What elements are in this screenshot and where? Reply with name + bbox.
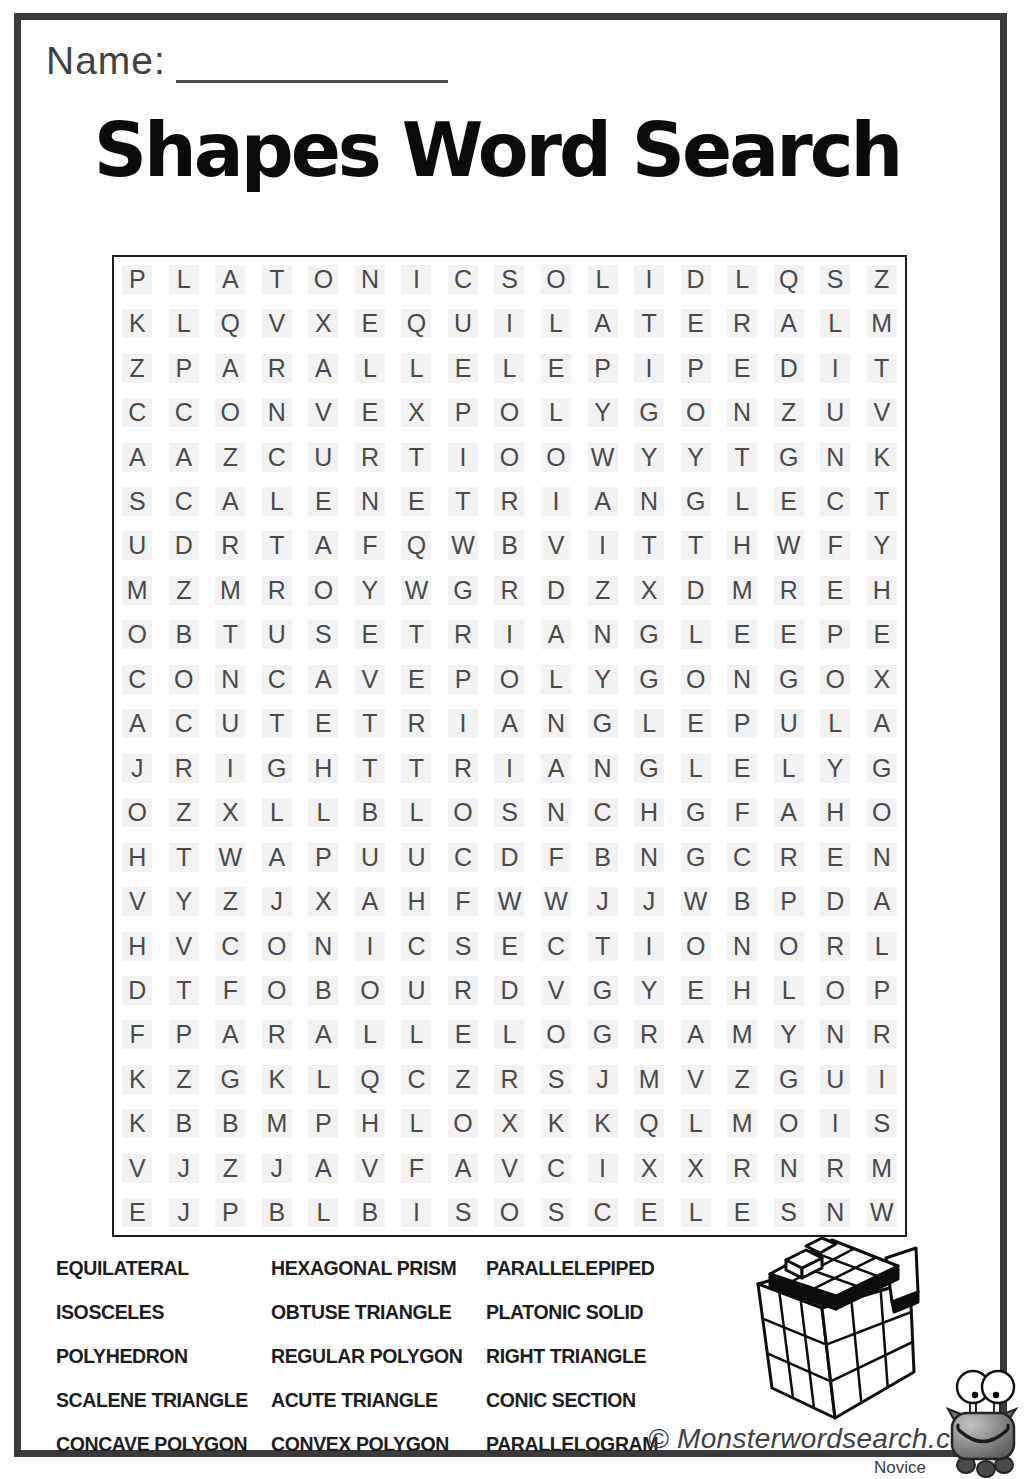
grid-cell-r8c6[interactable]: Y bbox=[347, 568, 394, 612]
grid-cell-r5c7[interactable]: T bbox=[393, 435, 440, 479]
grid-cell-r2c8[interactable]: U bbox=[440, 301, 487, 345]
grid-cell-r14c9[interactable]: D bbox=[486, 835, 533, 879]
grid-cell-r8c4[interactable]: R bbox=[254, 568, 301, 612]
grid-cell-r14c17[interactable]: N bbox=[858, 835, 905, 879]
grid-cell-r7c5[interactable]: A bbox=[300, 524, 347, 568]
grid-cell-r21c16[interactable]: R bbox=[812, 1146, 859, 1190]
grid-cell-r8c10[interactable]: D bbox=[533, 568, 580, 612]
grid-cell-r11c2[interactable]: C bbox=[161, 702, 208, 746]
grid-cell-r17c8[interactable]: R bbox=[440, 968, 487, 1012]
grid-cell-r16c14[interactable]: N bbox=[719, 924, 766, 968]
grid-cell-r2c12[interactable]: T bbox=[626, 301, 673, 345]
grid-cell-r8c9[interactable]: R bbox=[486, 568, 533, 612]
grid-cell-r22c9[interactable]: O bbox=[486, 1191, 533, 1235]
grid-cell-r19c13[interactable]: V bbox=[672, 1057, 719, 1101]
grid-cell-r16c15[interactable]: O bbox=[765, 924, 812, 968]
grid-cell-r7c4[interactable]: T bbox=[254, 524, 301, 568]
grid-cell-r6c16[interactable]: C bbox=[812, 479, 859, 523]
grid-cell-r6c14[interactable]: L bbox=[719, 479, 766, 523]
grid-cell-r15c5[interactable]: X bbox=[300, 879, 347, 923]
grid-cell-r21c6[interactable]: V bbox=[347, 1146, 394, 1190]
grid-cell-r18c17[interactable]: R bbox=[858, 1013, 905, 1057]
grid-cell-r17c17[interactable]: P bbox=[858, 968, 905, 1012]
grid-cell-r15c10[interactable]: W bbox=[533, 879, 580, 923]
grid-cell-r15c17[interactable]: A bbox=[858, 879, 905, 923]
grid-cell-r12c1[interactable]: J bbox=[114, 746, 161, 790]
grid-cell-r17c15[interactable]: L bbox=[765, 968, 812, 1012]
grid-cell-r1c4[interactable]: T bbox=[254, 257, 301, 301]
grid-cell-r8c17[interactable]: H bbox=[858, 568, 905, 612]
grid-cell-r4c3[interactable]: O bbox=[207, 390, 254, 434]
grid-cell-r9c14[interactable]: E bbox=[719, 613, 766, 657]
grid-cell-r1c13[interactable]: D bbox=[672, 257, 719, 301]
grid-cell-r20c14[interactable]: M bbox=[719, 1102, 766, 1146]
grid-cell-r10c1[interactable]: C bbox=[114, 657, 161, 701]
grid-cell-r16c3[interactable]: C bbox=[207, 924, 254, 968]
grid-cell-r21c2[interactable]: J bbox=[161, 1146, 208, 1190]
grid-cell-r13c15[interactable]: A bbox=[765, 790, 812, 834]
grid-cell-r21c10[interactable]: C bbox=[533, 1146, 580, 1190]
grid-cell-r18c14[interactable]: M bbox=[719, 1013, 766, 1057]
grid-cell-r21c8[interactable]: A bbox=[440, 1146, 487, 1190]
grid-cell-r17c4[interactable]: O bbox=[254, 968, 301, 1012]
grid-cell-r3c4[interactable]: R bbox=[254, 346, 301, 390]
grid-cell-r16c12[interactable]: I bbox=[626, 924, 673, 968]
grid-cell-r10c9[interactable]: O bbox=[486, 657, 533, 701]
grid-cell-r22c11[interactable]: C bbox=[579, 1191, 626, 1235]
grid-cell-r22c16[interactable]: N bbox=[812, 1191, 859, 1235]
grid-cell-r7c3[interactable]: R bbox=[207, 524, 254, 568]
grid-cell-r17c1[interactable]: D bbox=[114, 968, 161, 1012]
grid-cell-r12c4[interactable]: G bbox=[254, 746, 301, 790]
grid-cell-r15c1[interactable]: V bbox=[114, 879, 161, 923]
grid-cell-r6c10[interactable]: I bbox=[533, 479, 580, 523]
grid-cell-r13c12[interactable]: H bbox=[626, 790, 673, 834]
grid-cell-r18c5[interactable]: A bbox=[300, 1013, 347, 1057]
grid-cell-r13c3[interactable]: X bbox=[207, 790, 254, 834]
grid-cell-r8c12[interactable]: X bbox=[626, 568, 673, 612]
grid-cell-r4c2[interactable]: C bbox=[161, 390, 208, 434]
grid-cell-r13c6[interactable]: B bbox=[347, 790, 394, 834]
grid-cell-r1c8[interactable]: C bbox=[440, 257, 487, 301]
grid-cell-r13c9[interactable]: S bbox=[486, 790, 533, 834]
grid-cell-r9c17[interactable]: E bbox=[858, 613, 905, 657]
grid-cell-r9c4[interactable]: U bbox=[254, 613, 301, 657]
grid-cell-r15c3[interactable]: Z bbox=[207, 879, 254, 923]
grid-cell-r2c4[interactable]: V bbox=[254, 301, 301, 345]
grid-cell-r16c13[interactable]: O bbox=[672, 924, 719, 968]
grid-cell-r13c14[interactable]: F bbox=[719, 790, 766, 834]
grid-cell-r14c11[interactable]: B bbox=[579, 835, 626, 879]
grid-cell-r19c3[interactable]: G bbox=[207, 1057, 254, 1101]
grid-cell-r12c15[interactable]: L bbox=[765, 746, 812, 790]
grid-cell-r2c2[interactable]: L bbox=[161, 301, 208, 345]
grid-cell-r12c9[interactable]: I bbox=[486, 746, 533, 790]
grid-cell-r4c16[interactable]: U bbox=[812, 390, 859, 434]
grid-cell-r6c6[interactable]: N bbox=[347, 479, 394, 523]
grid-cell-r14c8[interactable]: C bbox=[440, 835, 487, 879]
grid-cell-r10c11[interactable]: Y bbox=[579, 657, 626, 701]
grid-cell-r22c8[interactable]: S bbox=[440, 1191, 487, 1235]
grid-cell-r20c10[interactable]: K bbox=[533, 1102, 580, 1146]
grid-cell-r3c14[interactable]: E bbox=[719, 346, 766, 390]
grid-cell-r13c8[interactable]: O bbox=[440, 790, 487, 834]
grid-cell-r5c12[interactable]: Y bbox=[626, 435, 673, 479]
grid-cell-r11c17[interactable]: A bbox=[858, 702, 905, 746]
grid-cell-r4c5[interactable]: V bbox=[300, 390, 347, 434]
grid-cell-r10c8[interactable]: P bbox=[440, 657, 487, 701]
grid-cell-r13c10[interactable]: N bbox=[533, 790, 580, 834]
grid-cell-r11c6[interactable]: T bbox=[347, 702, 394, 746]
grid-cell-r14c4[interactable]: A bbox=[254, 835, 301, 879]
grid-cell-r3c13[interactable]: P bbox=[672, 346, 719, 390]
grid-cell-r18c4[interactable]: R bbox=[254, 1013, 301, 1057]
grid-cell-r22c10[interactable]: S bbox=[533, 1191, 580, 1235]
grid-cell-r16c17[interactable]: L bbox=[858, 924, 905, 968]
grid-cell-r2c10[interactable]: L bbox=[533, 301, 580, 345]
grid-cell-r4c7[interactable]: X bbox=[393, 390, 440, 434]
grid-cell-r6c3[interactable]: A bbox=[207, 479, 254, 523]
grid-cell-r17c9[interactable]: D bbox=[486, 968, 533, 1012]
grid-cell-r15c9[interactable]: W bbox=[486, 879, 533, 923]
grid-cell-r10c13[interactable]: O bbox=[672, 657, 719, 701]
grid-cell-r8c15[interactable]: R bbox=[765, 568, 812, 612]
grid-cell-r22c5[interactable]: L bbox=[300, 1191, 347, 1235]
grid-cell-r1c7[interactable]: I bbox=[393, 257, 440, 301]
grid-cell-r8c2[interactable]: Z bbox=[161, 568, 208, 612]
grid-cell-r15c13[interactable]: W bbox=[672, 879, 719, 923]
grid-cell-r7c12[interactable]: T bbox=[626, 524, 673, 568]
grid-cell-r18c16[interactable]: N bbox=[812, 1013, 859, 1057]
grid-cell-r15c16[interactable]: D bbox=[812, 879, 859, 923]
grid-cell-r1c15[interactable]: Q bbox=[765, 257, 812, 301]
grid-cell-r10c10[interactable]: L bbox=[533, 657, 580, 701]
grid-cell-r5c9[interactable]: O bbox=[486, 435, 533, 479]
grid-cell-r14c12[interactable]: N bbox=[626, 835, 673, 879]
grid-cell-r19c14[interactable]: Z bbox=[719, 1057, 766, 1101]
grid-cell-r8c8[interactable]: G bbox=[440, 568, 487, 612]
grid-cell-r6c8[interactable]: T bbox=[440, 479, 487, 523]
grid-cell-r3c8[interactable]: E bbox=[440, 346, 487, 390]
grid-cell-r18c3[interactable]: A bbox=[207, 1013, 254, 1057]
grid-cell-r17c12[interactable]: Y bbox=[626, 968, 673, 1012]
grid-cell-r2c17[interactable]: M bbox=[858, 301, 905, 345]
grid-cell-r18c6[interactable]: L bbox=[347, 1013, 394, 1057]
grid-cell-r7c11[interactable]: I bbox=[579, 524, 626, 568]
grid-cell-r1c14[interactable]: L bbox=[719, 257, 766, 301]
grid-cell-r9c8[interactable]: R bbox=[440, 613, 487, 657]
grid-cell-r1c9[interactable]: S bbox=[486, 257, 533, 301]
grid-cell-r21c11[interactable]: I bbox=[579, 1146, 626, 1190]
grid-cell-r21c15[interactable]: N bbox=[765, 1146, 812, 1190]
grid-cell-r3c17[interactable]: T bbox=[858, 346, 905, 390]
grid-cell-r20c13[interactable]: L bbox=[672, 1102, 719, 1146]
grid-cell-r2c15[interactable]: A bbox=[765, 301, 812, 345]
grid-cell-r6c12[interactable]: N bbox=[626, 479, 673, 523]
grid-cell-r18c2[interactable]: P bbox=[161, 1013, 208, 1057]
grid-cell-r18c12[interactable]: R bbox=[626, 1013, 673, 1057]
grid-cell-r20c6[interactable]: H bbox=[347, 1102, 394, 1146]
grid-cell-r1c3[interactable]: A bbox=[207, 257, 254, 301]
grid-cell-r19c12[interactable]: M bbox=[626, 1057, 673, 1101]
grid-cell-r22c12[interactable]: E bbox=[626, 1191, 673, 1235]
grid-cell-r2c9[interactable]: I bbox=[486, 301, 533, 345]
grid-cell-r10c3[interactable]: N bbox=[207, 657, 254, 701]
grid-cell-r18c11[interactable]: G bbox=[579, 1013, 626, 1057]
grid-cell-r13c5[interactable]: L bbox=[300, 790, 347, 834]
grid-cell-r7c13[interactable]: T bbox=[672, 524, 719, 568]
grid-cell-r2c13[interactable]: E bbox=[672, 301, 719, 345]
grid-cell-r7c7[interactable]: Q bbox=[393, 524, 440, 568]
grid-cell-r11c11[interactable]: G bbox=[579, 702, 626, 746]
grid-cell-r19c11[interactable]: J bbox=[579, 1057, 626, 1101]
grid-cell-r19c7[interactable]: C bbox=[393, 1057, 440, 1101]
grid-cell-r14c2[interactable]: T bbox=[161, 835, 208, 879]
grid-cell-r9c16[interactable]: P bbox=[812, 613, 859, 657]
grid-cell-r12c5[interactable]: H bbox=[300, 746, 347, 790]
grid-cell-r22c17[interactable]: W bbox=[858, 1191, 905, 1235]
grid-cell-r1c16[interactable]: S bbox=[812, 257, 859, 301]
grid-cell-r5c3[interactable]: Z bbox=[207, 435, 254, 479]
grid-cell-r8c11[interactable]: Z bbox=[579, 568, 626, 612]
grid-cell-r21c4[interactable]: J bbox=[254, 1146, 301, 1190]
grid-cell-r5c8[interactable]: I bbox=[440, 435, 487, 479]
grid-cell-r5c11[interactable]: W bbox=[579, 435, 626, 479]
grid-cell-r13c7[interactable]: L bbox=[393, 790, 440, 834]
grid-cell-r4c12[interactable]: G bbox=[626, 390, 673, 434]
grid-cell-r4c1[interactable]: C bbox=[114, 390, 161, 434]
grid-cell-r11c4[interactable]: T bbox=[254, 702, 301, 746]
grid-cell-r6c4[interactable]: L bbox=[254, 479, 301, 523]
grid-cell-r22c6[interactable]: B bbox=[347, 1191, 394, 1235]
grid-cell-r9c13[interactable]: L bbox=[672, 613, 719, 657]
grid-cell-r10c12[interactable]: G bbox=[626, 657, 673, 701]
grid-cell-r8c1[interactable]: M bbox=[114, 568, 161, 612]
grid-cell-r5c16[interactable]: N bbox=[812, 435, 859, 479]
grid-cell-r9c1[interactable]: O bbox=[114, 613, 161, 657]
grid-cell-r11c5[interactable]: E bbox=[300, 702, 347, 746]
grid-cell-r8c3[interactable]: M bbox=[207, 568, 254, 612]
grid-cell-r4c9[interactable]: O bbox=[486, 390, 533, 434]
grid-cell-r10c7[interactable]: E bbox=[393, 657, 440, 701]
grid-cell-r20c7[interactable]: L bbox=[393, 1102, 440, 1146]
grid-cell-r12c16[interactable]: Y bbox=[812, 746, 859, 790]
grid-cell-r11c9[interactable]: A bbox=[486, 702, 533, 746]
grid-cell-r4c8[interactable]: P bbox=[440, 390, 487, 434]
grid-cell-r16c8[interactable]: S bbox=[440, 924, 487, 968]
grid-cell-r7c8[interactable]: W bbox=[440, 524, 487, 568]
grid-cell-r2c3[interactable]: Q bbox=[207, 301, 254, 345]
grid-cell-r4c17[interactable]: V bbox=[858, 390, 905, 434]
grid-cell-r2c7[interactable]: Q bbox=[393, 301, 440, 345]
grid-cell-r10c15[interactable]: G bbox=[765, 657, 812, 701]
grid-cell-r10c5[interactable]: A bbox=[300, 657, 347, 701]
grid-cell-r3c15[interactable]: D bbox=[765, 346, 812, 390]
grid-cell-r16c1[interactable]: H bbox=[114, 924, 161, 968]
grid-cell-r18c15[interactable]: Y bbox=[765, 1013, 812, 1057]
grid-cell-r18c8[interactable]: E bbox=[440, 1013, 487, 1057]
grid-cell-r21c3[interactable]: Z bbox=[207, 1146, 254, 1190]
grid-cell-r21c5[interactable]: A bbox=[300, 1146, 347, 1190]
grid-cell-r7c9[interactable]: B bbox=[486, 524, 533, 568]
grid-cell-r12c2[interactable]: R bbox=[161, 746, 208, 790]
grid-cell-r9c12[interactable]: G bbox=[626, 613, 673, 657]
grid-cell-r7c2[interactable]: D bbox=[161, 524, 208, 568]
grid-cell-r13c1[interactable]: O bbox=[114, 790, 161, 834]
grid-cell-r9c15[interactable]: E bbox=[765, 613, 812, 657]
grid-cell-r5c2[interactable]: A bbox=[161, 435, 208, 479]
grid-cell-r13c13[interactable]: G bbox=[672, 790, 719, 834]
grid-cell-r7c15[interactable]: W bbox=[765, 524, 812, 568]
grid-cell-r11c14[interactable]: P bbox=[719, 702, 766, 746]
grid-cell-r14c16[interactable]: E bbox=[812, 835, 859, 879]
grid-cell-r5c10[interactable]: O bbox=[533, 435, 580, 479]
grid-cell-r22c4[interactable]: B bbox=[254, 1191, 301, 1235]
grid-cell-r19c15[interactable]: G bbox=[765, 1057, 812, 1101]
grid-cell-r22c2[interactable]: J bbox=[161, 1191, 208, 1235]
grid-cell-r7c10[interactable]: V bbox=[533, 524, 580, 568]
grid-cell-r6c2[interactable]: C bbox=[161, 479, 208, 523]
grid-cell-r7c6[interactable]: F bbox=[347, 524, 394, 568]
grid-cell-r15c6[interactable]: A bbox=[347, 879, 394, 923]
grid-cell-r11c3[interactable]: U bbox=[207, 702, 254, 746]
grid-cell-r6c5[interactable]: E bbox=[300, 479, 347, 523]
grid-cell-r9c9[interactable]: I bbox=[486, 613, 533, 657]
grid-cell-r4c15[interactable]: Z bbox=[765, 390, 812, 434]
grid-cell-r21c7[interactable]: F bbox=[393, 1146, 440, 1190]
grid-cell-r20c5[interactable]: P bbox=[300, 1102, 347, 1146]
grid-cell-r8c16[interactable]: E bbox=[812, 568, 859, 612]
grid-cell-r20c17[interactable]: S bbox=[858, 1102, 905, 1146]
grid-cell-r18c10[interactable]: O bbox=[533, 1013, 580, 1057]
grid-cell-r6c1[interactable]: S bbox=[114, 479, 161, 523]
grid-cell-r4c10[interactable]: L bbox=[533, 390, 580, 434]
grid-cell-r21c12[interactable]: X bbox=[626, 1146, 673, 1190]
grid-cell-r1c6[interactable]: N bbox=[347, 257, 394, 301]
grid-cell-r6c15[interactable]: E bbox=[765, 479, 812, 523]
grid-cell-r10c2[interactable]: O bbox=[161, 657, 208, 701]
grid-cell-r13c16[interactable]: H bbox=[812, 790, 859, 834]
grid-cell-r5c14[interactable]: T bbox=[719, 435, 766, 479]
grid-cell-r3c3[interactable]: A bbox=[207, 346, 254, 390]
grid-cell-r5c17[interactable]: K bbox=[858, 435, 905, 479]
grid-cell-r11c7[interactable]: R bbox=[393, 702, 440, 746]
grid-cell-r22c13[interactable]: L bbox=[672, 1191, 719, 1235]
grid-cell-r19c6[interactable]: Q bbox=[347, 1057, 394, 1101]
grid-cell-r14c13[interactable]: G bbox=[672, 835, 719, 879]
grid-cell-r4c13[interactable]: O bbox=[672, 390, 719, 434]
grid-cell-r11c1[interactable]: A bbox=[114, 702, 161, 746]
grid-cell-r12c8[interactable]: R bbox=[440, 746, 487, 790]
grid-cell-r7c1[interactable]: U bbox=[114, 524, 161, 568]
grid-cell-r2c5[interactable]: X bbox=[300, 301, 347, 345]
grid-cell-r17c10[interactable]: V bbox=[533, 968, 580, 1012]
grid-cell-r22c14[interactable]: E bbox=[719, 1191, 766, 1235]
grid-cell-r20c4[interactable]: M bbox=[254, 1102, 301, 1146]
grid-cell-r3c11[interactable]: P bbox=[579, 346, 626, 390]
grid-cell-r6c7[interactable]: E bbox=[393, 479, 440, 523]
grid-cell-r13c11[interactable]: C bbox=[579, 790, 626, 834]
grid-cell-r18c13[interactable]: A bbox=[672, 1013, 719, 1057]
grid-cell-r16c2[interactable]: V bbox=[161, 924, 208, 968]
grid-cell-r19c4[interactable]: K bbox=[254, 1057, 301, 1101]
grid-cell-r5c4[interactable]: C bbox=[254, 435, 301, 479]
grid-cell-r12c7[interactable]: T bbox=[393, 746, 440, 790]
word-search-grid[interactable]: PLATONICSOLIDLQSZKLQVXEQUILATERALMZPARAL… bbox=[112, 255, 907, 1237]
grid-cell-r20c15[interactable]: O bbox=[765, 1102, 812, 1146]
grid-cell-r14c3[interactable]: W bbox=[207, 835, 254, 879]
grid-cell-r20c8[interactable]: O bbox=[440, 1102, 487, 1146]
grid-cell-r14c7[interactable]: U bbox=[393, 835, 440, 879]
grid-cell-r12c12[interactable]: G bbox=[626, 746, 673, 790]
grid-cell-r14c1[interactable]: H bbox=[114, 835, 161, 879]
grid-cell-r9c3[interactable]: T bbox=[207, 613, 254, 657]
grid-cell-r19c2[interactable]: Z bbox=[161, 1057, 208, 1101]
grid-cell-r20c11[interactable]: K bbox=[579, 1102, 626, 1146]
grid-cell-r9c11[interactable]: N bbox=[579, 613, 626, 657]
grid-cell-r10c16[interactable]: O bbox=[812, 657, 859, 701]
grid-cell-r1c10[interactable]: O bbox=[533, 257, 580, 301]
grid-cell-r12c10[interactable]: A bbox=[533, 746, 580, 790]
grid-cell-r21c14[interactable]: R bbox=[719, 1146, 766, 1190]
grid-cell-r13c4[interactable]: L bbox=[254, 790, 301, 834]
grid-cell-r20c1[interactable]: K bbox=[114, 1102, 161, 1146]
grid-cell-r19c1[interactable]: K bbox=[114, 1057, 161, 1101]
grid-cell-r3c9[interactable]: L bbox=[486, 346, 533, 390]
grid-cell-r2c11[interactable]: A bbox=[579, 301, 626, 345]
grid-cell-r10c6[interactable]: V bbox=[347, 657, 394, 701]
grid-cell-r20c9[interactable]: X bbox=[486, 1102, 533, 1146]
grid-cell-r9c10[interactable]: A bbox=[533, 613, 580, 657]
grid-cell-r3c6[interactable]: L bbox=[347, 346, 394, 390]
grid-cell-r7c14[interactable]: H bbox=[719, 524, 766, 568]
grid-cell-r17c3[interactable]: F bbox=[207, 968, 254, 1012]
grid-cell-r22c15[interactable]: S bbox=[765, 1191, 812, 1235]
grid-cell-r5c5[interactable]: U bbox=[300, 435, 347, 479]
grid-cell-r9c6[interactable]: E bbox=[347, 613, 394, 657]
grid-cell-r15c12[interactable]: J bbox=[626, 879, 673, 923]
grid-cell-r10c14[interactable]: N bbox=[719, 657, 766, 701]
grid-cell-r13c17[interactable]: O bbox=[858, 790, 905, 834]
grid-cell-r15c14[interactable]: B bbox=[719, 879, 766, 923]
grid-cell-r11c16[interactable]: L bbox=[812, 702, 859, 746]
grid-cell-r11c10[interactable]: N bbox=[533, 702, 580, 746]
grid-cell-r11c8[interactable]: I bbox=[440, 702, 487, 746]
grid-cell-r18c9[interactable]: L bbox=[486, 1013, 533, 1057]
grid-cell-r2c6[interactable]: E bbox=[347, 301, 394, 345]
grid-cell-r14c15[interactable]: R bbox=[765, 835, 812, 879]
grid-cell-r20c12[interactable]: Q bbox=[626, 1102, 673, 1146]
grid-cell-r1c1[interactable]: P bbox=[114, 257, 161, 301]
grid-cell-r21c9[interactable]: V bbox=[486, 1146, 533, 1190]
grid-cell-r12c3[interactable]: I bbox=[207, 746, 254, 790]
grid-cell-r22c1[interactable]: E bbox=[114, 1191, 161, 1235]
grid-cell-r17c5[interactable]: B bbox=[300, 968, 347, 1012]
grid-cell-r15c15[interactable]: P bbox=[765, 879, 812, 923]
grid-cell-r21c17[interactable]: M bbox=[858, 1146, 905, 1190]
grid-cell-r19c8[interactable]: Z bbox=[440, 1057, 487, 1101]
grid-cell-r22c7[interactable]: I bbox=[393, 1191, 440, 1235]
grid-cell-r8c13[interactable]: D bbox=[672, 568, 719, 612]
grid-cell-r9c7[interactable]: T bbox=[393, 613, 440, 657]
grid-cell-r4c6[interactable]: E bbox=[347, 390, 394, 434]
grid-cell-r19c17[interactable]: I bbox=[858, 1057, 905, 1101]
grid-cell-r10c4[interactable]: C bbox=[254, 657, 301, 701]
grid-cell-r16c7[interactable]: C bbox=[393, 924, 440, 968]
grid-cell-r3c7[interactable]: L bbox=[393, 346, 440, 390]
grid-cell-r5c15[interactable]: G bbox=[765, 435, 812, 479]
grid-cell-r21c13[interactable]: X bbox=[672, 1146, 719, 1190]
